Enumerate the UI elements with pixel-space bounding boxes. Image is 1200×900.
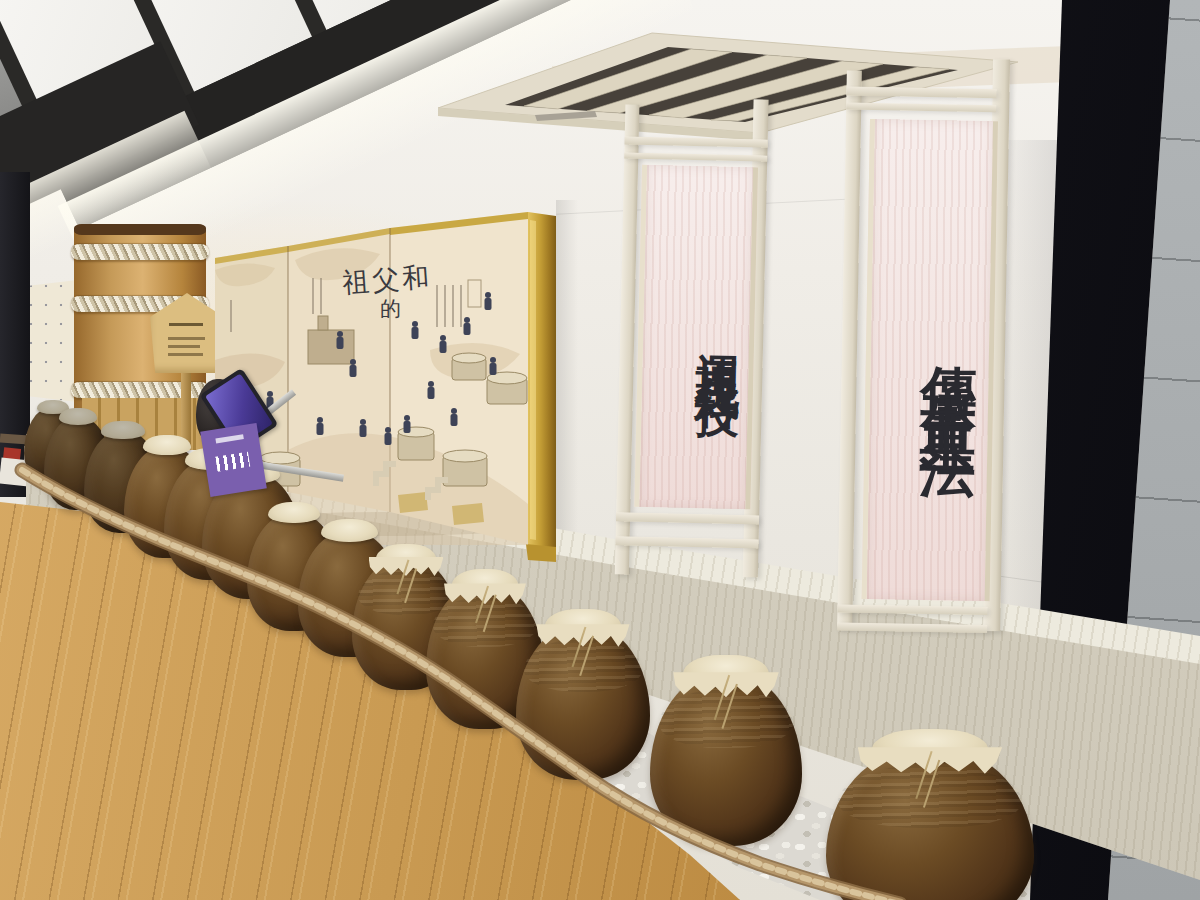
clay-jar: [826, 729, 1034, 900]
banner-rail: [616, 512, 759, 524]
barrel-rope-band: [71, 244, 208, 260]
sign-text-mark: [215, 452, 250, 472]
screen-calligraphy: 祖父和: [341, 261, 433, 298]
hanging-banner-left: 運用現代科技: [606, 94, 777, 598]
banner-rail: [624, 152, 767, 161]
sign-text-mark: [169, 323, 203, 326]
banner-rail: [837, 604, 987, 615]
sign-text-mark: [168, 345, 201, 348]
banner-rail: [615, 536, 758, 548]
banner-post: [837, 71, 862, 627]
sign-text-mark: [168, 353, 204, 356]
banner-paper: 運用現代科技: [634, 165, 758, 510]
screen-calligraphy: 的: [380, 297, 401, 321]
barrel-hoop: [74, 224, 206, 235]
exhibit-photo: 祖父和 的 運用現代科技 傳承古典工法: [0, 0, 1200, 900]
banner-calligraphy-left: 運用現代科技: [639, 165, 753, 509]
clay-jar: [650, 655, 802, 839]
clay-jar: [516, 609, 650, 773]
sign-title-mark: [215, 434, 243, 443]
banner-calligraphy-right: 傳承古典工法: [867, 119, 993, 601]
hanging-banner-right: 傳承古典工法: [831, 56, 1021, 643]
banner-rail: [846, 103, 996, 113]
banner-rail: [625, 136, 768, 147]
banner-rail: [846, 87, 996, 99]
purple-info-sign: [200, 423, 267, 497]
banner-paper: 傳承古典工法: [862, 119, 998, 601]
banner-rail: [837, 622, 987, 633]
